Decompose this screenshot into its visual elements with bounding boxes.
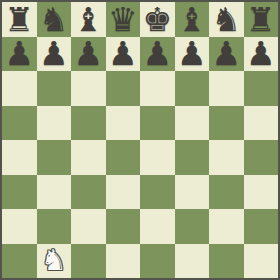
square-a4[interactable] — [2, 140, 37, 175]
square-h4[interactable] — [244, 140, 279, 175]
square-g5[interactable] — [209, 106, 244, 141]
square-h3[interactable] — [244, 175, 279, 210]
square-d4[interactable] — [106, 140, 141, 175]
square-c4[interactable] — [71, 140, 106, 175]
square-g6[interactable] — [209, 71, 244, 106]
chess-board: ♜♞♝♛♚♝♞♜♟♟♟♟♟♟♟♟♞ — [0, 0, 280, 280]
square-g1[interactable] — [209, 244, 244, 279]
square-g2[interactable] — [209, 209, 244, 244]
piece-black-queen-d8[interactable]: ♛ — [108, 3, 138, 36]
square-e8[interactable]: ♚ — [140, 2, 175, 37]
square-d5[interactable] — [106, 106, 141, 141]
square-e7[interactable]: ♟ — [140, 37, 175, 72]
square-b7[interactable]: ♟ — [37, 37, 72, 72]
square-d1[interactable] — [106, 244, 141, 279]
square-c6[interactable] — [71, 71, 106, 106]
piece-black-knight-b8[interactable]: ♞ — [39, 3, 69, 36]
square-f6[interactable] — [175, 71, 210, 106]
piece-black-bishop-c8[interactable]: ♝ — [73, 3, 103, 36]
square-g3[interactable] — [209, 175, 244, 210]
square-b6[interactable] — [37, 71, 72, 106]
piece-black-knight-g8[interactable]: ♞ — [211, 3, 241, 36]
square-a5[interactable] — [2, 106, 37, 141]
square-d8[interactable]: ♛ — [106, 2, 141, 37]
square-d7[interactable]: ♟ — [106, 37, 141, 72]
square-a7[interactable]: ♟ — [2, 37, 37, 72]
square-f1[interactable] — [175, 244, 210, 279]
piece-black-rook-h8[interactable]: ♜ — [246, 3, 276, 36]
square-b4[interactable] — [37, 140, 72, 175]
square-d2[interactable] — [106, 209, 141, 244]
square-b3[interactable] — [37, 175, 72, 210]
piece-black-pawn-c7[interactable]: ♟ — [73, 37, 103, 70]
square-h2[interactable] — [244, 209, 279, 244]
square-h5[interactable] — [244, 106, 279, 141]
square-a8[interactable]: ♜ — [2, 2, 37, 37]
square-b1[interactable]: ♞ — [37, 244, 72, 279]
square-b5[interactable] — [37, 106, 72, 141]
square-h1[interactable] — [244, 244, 279, 279]
square-e6[interactable] — [140, 71, 175, 106]
piece-black-pawn-g7[interactable]: ♟ — [211, 37, 241, 70]
square-f3[interactable] — [175, 175, 210, 210]
square-b2[interactable] — [37, 209, 72, 244]
square-a3[interactable] — [2, 175, 37, 210]
square-e1[interactable] — [140, 244, 175, 279]
square-f7[interactable]: ♟ — [175, 37, 210, 72]
square-c8[interactable]: ♝ — [71, 2, 106, 37]
square-e4[interactable] — [140, 140, 175, 175]
square-c5[interactable] — [71, 106, 106, 141]
square-f2[interactable] — [175, 209, 210, 244]
square-a2[interactable] — [2, 209, 37, 244]
square-e5[interactable] — [140, 106, 175, 141]
piece-black-king-e8[interactable]: ♚ — [142, 3, 172, 36]
piece-black-rook-a8[interactable]: ♜ — [4, 3, 34, 36]
piece-black-pawn-b7[interactable]: ♟ — [39, 37, 69, 70]
piece-black-bishop-f8[interactable]: ♝ — [177, 3, 207, 36]
square-d3[interactable] — [106, 175, 141, 210]
square-g7[interactable]: ♟ — [209, 37, 244, 72]
square-d6[interactable] — [106, 71, 141, 106]
piece-black-pawn-a7[interactable]: ♟ — [4, 37, 34, 70]
square-c3[interactable] — [71, 175, 106, 210]
square-a6[interactable] — [2, 71, 37, 106]
square-f5[interactable] — [175, 106, 210, 141]
square-c7[interactable]: ♟ — [71, 37, 106, 72]
square-b8[interactable]: ♞ — [37, 2, 72, 37]
square-c2[interactable] — [71, 209, 106, 244]
square-h7[interactable]: ♟ — [244, 37, 279, 72]
piece-white-knight-b1[interactable]: ♞ — [41, 246, 67, 275]
square-e2[interactable] — [140, 209, 175, 244]
piece-black-pawn-e7[interactable]: ♟ — [142, 37, 172, 70]
square-g8[interactable]: ♞ — [209, 2, 244, 37]
square-c1[interactable] — [71, 244, 106, 279]
square-e3[interactable] — [140, 175, 175, 210]
piece-black-pawn-d7[interactable]: ♟ — [108, 37, 138, 70]
square-a1[interactable] — [2, 244, 37, 279]
square-g4[interactable] — [209, 140, 244, 175]
square-h8[interactable]: ♜ — [244, 2, 279, 37]
square-h6[interactable] — [244, 71, 279, 106]
piece-black-pawn-f7[interactable]: ♟ — [177, 37, 207, 70]
square-f8[interactable]: ♝ — [175, 2, 210, 37]
square-f4[interactable] — [175, 140, 210, 175]
piece-black-pawn-h7[interactable]: ♟ — [246, 37, 276, 70]
